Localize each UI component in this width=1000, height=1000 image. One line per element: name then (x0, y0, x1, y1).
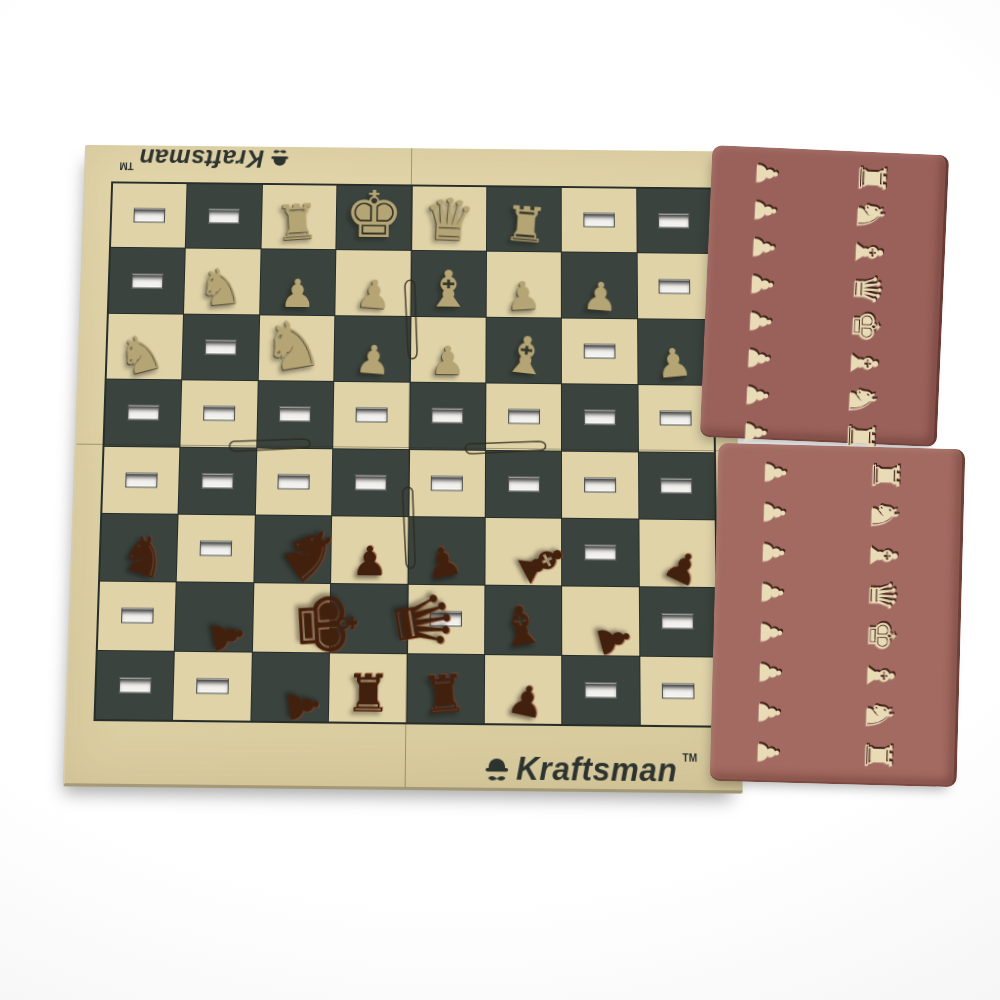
dark-knight[interactable]: ♞ (114, 523, 176, 588)
square-g6[interactable] (562, 318, 637, 384)
piece-tray-bottom: ♟♜♟♞♟♝♟♛♟♚♟♝♟♞♟♜ (710, 443, 966, 787)
trademark-label: TM (119, 160, 133, 171)
dark-queen[interactable]: ♛ (381, 583, 464, 660)
peg-slot (125, 472, 157, 487)
square-a2[interactable] (98, 582, 176, 651)
dark-pawn[interactable]: ♟ (282, 685, 327, 727)
dark-rook[interactable]: ♜ (345, 668, 391, 720)
tray-cutout-knight: ♞ (800, 379, 924, 421)
queen-silhouette-icon: ♛ (863, 578, 901, 612)
square-c8[interactable]: ♜ (261, 185, 336, 250)
tray-cutout-rook: ♜ (820, 454, 950, 497)
square-f3[interactable]: ♝ (485, 518, 561, 586)
pawn-silhouette-icon: ♟ (757, 539, 787, 566)
dark-pawn[interactable]: ♟ (204, 614, 251, 658)
peg-slot (431, 475, 463, 490)
knight-silhouette-icon: ♞ (851, 198, 889, 233)
tray-bottom-grid: ♟♜♟♞♟♝♟♛♟♚♟♝♟♞♟♜ (720, 451, 950, 777)
peg-slot (118, 677, 151, 693)
bishop-silhouette-icon: ♝ (844, 346, 882, 381)
kraftsman-logo-bottom: Kraftsman TM (482, 750, 697, 790)
dark-pawn[interactable]: ♟ (351, 541, 388, 582)
pawn-silhouette-icon: ♟ (754, 659, 784, 686)
square-h4[interactable] (639, 452, 715, 519)
jigsaw-tab-icon (397, 484, 420, 575)
peg-slot (121, 608, 154, 624)
peg-slot (660, 411, 692, 426)
tray-cutout-queen: ♛ (817, 573, 947, 616)
tray-cutout-rook: ♜ (813, 733, 943, 776)
peg-slot (432, 408, 464, 423)
square-b7[interactable]: ♞ (184, 249, 260, 314)
peg-slot (279, 407, 311, 422)
tray-cutout-pawn: ♟ (720, 731, 814, 773)
jigsaw-tab-icon (399, 277, 422, 365)
dark-bishop[interactable]: ♝ (494, 596, 548, 655)
knight-silhouette-icon: ♞ (860, 698, 898, 732)
pawn-silhouette-icon: ♟ (746, 271, 776, 298)
square-g7[interactable]: ♟ (562, 253, 637, 318)
square-c1[interactable]: ♟ (251, 652, 329, 721)
dark-king[interactable]: ♚ (286, 586, 369, 662)
peg-slot (584, 410, 616, 425)
pawn-silhouette-icon: ♟ (751, 160, 781, 187)
peg-slot (584, 344, 616, 359)
peg-slot (133, 208, 165, 223)
square-f6[interactable]: ♝ (486, 317, 561, 383)
tray-cutout-king: ♚ (803, 305, 927, 347)
square-b4[interactable] (179, 447, 256, 514)
tray-cutout-pawn: ♟ (722, 651, 816, 693)
rook-silhouette-icon: ♜ (859, 738, 897, 772)
square-c6[interactable]: ♞ (258, 315, 334, 381)
peg-slot (278, 474, 310, 489)
peg-slot (662, 614, 695, 630)
rook-silhouette-icon: ♜ (852, 161, 890, 196)
tray-cutout-bishop: ♝ (801, 342, 925, 384)
light-pawn[interactable]: ♟ (504, 275, 542, 316)
light-rook[interactable]: ♜ (274, 198, 321, 249)
king-silhouette-icon: ♚ (846, 309, 884, 344)
light-queen[interactable]: ♛ (422, 190, 477, 250)
peg-slot (205, 340, 237, 355)
brand-name: Kraftsman (516, 750, 678, 789)
tray-cutout-king: ♚ (816, 613, 946, 656)
tray-cutout-bishop: ♝ (806, 231, 930, 273)
peg-slot (584, 477, 616, 492)
square-c4[interactable] (256, 448, 333, 515)
peg-slot (662, 683, 695, 699)
dark-pawn[interactable]: ♟ (504, 677, 548, 725)
square-a6[interactable]: ♞ (107, 314, 184, 380)
peg-slot (584, 545, 616, 561)
square-f8[interactable]: ♜ (487, 187, 561, 252)
tray-top-grid: ♟♜♟♞♟♝♟♛♟♚♟♝♟♞♟♜ (710, 153, 934, 436)
kraftsman-hat-mustache-icon (482, 752, 511, 786)
light-pawn[interactable]: ♟ (355, 273, 394, 315)
peg-slot (208, 209, 240, 224)
king-silhouette-icon: ♚ (862, 618, 900, 652)
pawn-silhouette-icon: ♟ (756, 579, 786, 606)
square-e6[interactable]: ♟ (410, 317, 485, 383)
peg-slot (203, 406, 235, 421)
peg-slot (196, 678, 229, 694)
peg-slot (507, 476, 539, 491)
tray-cutout-pawn: ♟ (717, 227, 808, 268)
peg-slot (201, 473, 233, 488)
peg-slot (354, 475, 386, 490)
tray-cutout-pawn: ♟ (714, 301, 805, 342)
pawn-silhouette-icon: ♟ (743, 345, 773, 372)
square-h8[interactable] (637, 189, 712, 254)
dark-pawn[interactable]: ♟ (658, 542, 708, 594)
pawn-silhouette-icon: ♟ (749, 197, 779, 224)
square-f7[interactable]: ♟ (487, 252, 562, 317)
pawn-silhouette-icon: ♟ (741, 382, 771, 409)
tray-cutout-pawn: ♟ (725, 531, 819, 573)
square-a7[interactable] (109, 248, 185, 313)
tray-cutout-pawn: ♟ (724, 571, 818, 613)
square-a5[interactable] (105, 380, 182, 447)
tray-cutout-pawn: ♟ (719, 190, 810, 231)
jigsaw-tab-icon (226, 434, 316, 457)
square-b1[interactable] (173, 651, 251, 720)
square-e4[interactable] (409, 450, 485, 517)
knight-silhouette-icon: ♞ (865, 498, 903, 532)
tray-cutout-pawn: ♟ (723, 611, 817, 653)
piece-tray-top: ♟♜♟♞♟♝♟♛♟♚♟♝♟♞♟♜ (700, 145, 950, 447)
pawn-silhouette-icon: ♟ (753, 699, 783, 726)
square-b8[interactable] (186, 184, 262, 249)
tray-cutout-rook: ♜ (809, 157, 933, 199)
tray-cutout-pawn: ♟ (716, 264, 807, 305)
square-a8[interactable] (111, 183, 187, 248)
square-d5[interactable] (333, 382, 409, 449)
dark-pawn[interactable]: ♟ (422, 539, 465, 586)
trademark-label: TM (682, 752, 697, 764)
tray-cutout-pawn: ♟ (726, 491, 820, 533)
square-b3[interactable] (177, 515, 254, 583)
bishop-silhouette-icon: ♝ (861, 658, 899, 692)
tray-cutout-pawn: ♟ (721, 153, 812, 194)
tray-cutout-pawn: ♟ (712, 338, 803, 379)
square-d1[interactable]: ♜ (329, 653, 407, 722)
square-h3[interactable]: ♟ (639, 519, 716, 587)
light-pawn[interactable]: ♟ (430, 341, 466, 381)
square-h1[interactable] (640, 656, 717, 725)
tray-cutout-knight: ♞ (814, 693, 944, 736)
peg-slot (658, 214, 690, 229)
square-g8[interactable] (562, 188, 636, 253)
pawn-silhouette-icon: ♟ (759, 459, 789, 486)
product-photo: Kraftsman TM ♜♚♛♜♞♟♟♝♟♟♞♞♟♟♝♟♞♞♟♟♝♟♟♚♛♝♟… (0, 0, 1000, 1000)
dark-pawn[interactable]: ♟ (590, 616, 639, 662)
square-a3[interactable]: ♞ (100, 514, 178, 582)
square-h2[interactable] (639, 588, 716, 657)
light-knight[interactable]: ♞ (195, 259, 245, 314)
square-f1[interactable]: ♟ (485, 655, 562, 724)
chess-board: Kraftsman TM ♜♚♛♜♞♟♟♝♟♟♞♞♟♟♝♟♞♞♟♟♝♟♟♚♛♝♟… (63, 145, 743, 794)
light-rook[interactable]: ♜ (501, 200, 548, 251)
square-c2[interactable]: ♚ (253, 583, 330, 652)
light-pawn[interactable]: ♟ (581, 276, 619, 318)
pawn-silhouette-icon: ♟ (755, 619, 785, 646)
peg-slot (583, 213, 614, 228)
kraftsman-hat-mustache-icon (269, 146, 291, 171)
tray-cutout-queen: ♛ (805, 268, 929, 310)
square-f2[interactable]: ♝ (485, 586, 561, 655)
knight-silhouette-icon: ♞ (843, 383, 881, 418)
dark-rook[interactable]: ♜ (419, 667, 468, 722)
square-g1[interactable] (562, 656, 639, 725)
tray-cutout-bishop: ♝ (815, 653, 945, 696)
pawn-silhouette-icon: ♟ (752, 739, 782, 766)
square-g2[interactable]: ♟ (562, 587, 639, 656)
pawn-silhouette-icon: ♟ (758, 499, 788, 526)
rook-silhouette-icon: ♜ (866, 458, 904, 492)
light-pawn[interactable]: ♟ (354, 339, 393, 381)
peg-slot (659, 279, 691, 294)
square-g5[interactable] (562, 384, 637, 451)
square-e3[interactable]: ♟ (408, 517, 484, 585)
pawn-silhouette-icon: ♟ (744, 308, 774, 335)
light-knight[interactable]: ♞ (112, 324, 169, 385)
square-c3[interactable]: ♞ (254, 515, 331, 583)
kraftsman-logo-top: Kraftsman TM (119, 143, 290, 172)
light-king[interactable]: ♚ (344, 183, 404, 248)
square-f4[interactable] (486, 450, 562, 517)
square-e8[interactable]: ♛ (412, 186, 487, 251)
peg-slot (585, 682, 618, 698)
tray-cutout-knight: ♞ (808, 194, 932, 236)
square-b2[interactable]: ♟ (175, 583, 253, 652)
jigsaw-tab-icon (462, 437, 552, 460)
light-knight[interactable]: ♞ (257, 308, 327, 384)
square-g4[interactable] (562, 451, 638, 518)
board-grid: ♜♚♛♜♞♟♟♝♟♟♞♞♟♟♝♟♞♞♟♟♝♟♟♚♛♝♟♟♜♜♟ (93, 181, 719, 727)
square-a4[interactable] (102, 446, 179, 513)
square-d8[interactable]: ♚ (336, 186, 411, 251)
square-h7[interactable] (637, 254, 712, 319)
square-a1[interactable] (96, 651, 175, 720)
brand-name: Kraftsman (138, 144, 264, 173)
bishop-silhouette-icon: ♝ (849, 235, 887, 270)
light-bishop[interactable]: ♝ (425, 263, 471, 314)
tray-cutout-pawn: ♟ (721, 691, 815, 733)
pawn-silhouette-icon: ♟ (739, 419, 769, 446)
tray-cutout-pawn: ♟ (727, 451, 821, 493)
peg-slot (200, 541, 233, 556)
tray-cutout-knight: ♞ (819, 494, 949, 537)
square-e1[interactable]: ♜ (407, 654, 484, 723)
light-bishop[interactable]: ♝ (500, 328, 551, 384)
peg-slot (127, 405, 159, 420)
square-e7[interactable]: ♝ (411, 251, 486, 316)
peg-slot (660, 478, 692, 493)
square-b6[interactable] (183, 314, 259, 380)
tray-cutout-bishop: ♝ (818, 533, 948, 576)
queen-silhouette-icon: ♛ (848, 272, 886, 307)
peg-slot (355, 408, 387, 423)
light-pawn[interactable]: ♟ (654, 342, 694, 384)
peg-slot (131, 273, 163, 288)
bishop-silhouette-icon: ♝ (864, 538, 902, 572)
tray-cutout-pawn: ♟ (711, 375, 802, 416)
pawn-silhouette-icon: ♟ (748, 234, 778, 261)
peg-slot (508, 409, 540, 424)
